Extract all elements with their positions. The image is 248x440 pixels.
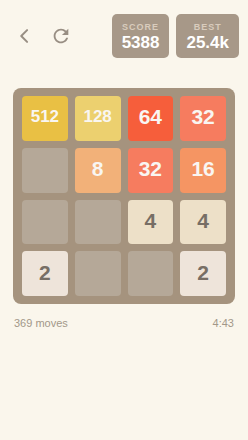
tile-32: 32 xyxy=(180,96,226,141)
score-value: 5388 xyxy=(122,33,160,52)
moves-counter: 369 moves xyxy=(14,317,68,329)
empty-cell xyxy=(75,200,121,245)
tile-2: 2 xyxy=(180,251,226,296)
tile-16: 16 xyxy=(180,148,226,193)
tile-value: 2 xyxy=(197,261,209,285)
tile-value: 2 xyxy=(39,261,51,285)
tile-value: 128 xyxy=(83,107,111,127)
empty-cell xyxy=(128,251,174,296)
tile-value: 4 xyxy=(197,209,209,233)
best-label: BEST xyxy=(194,21,222,33)
tile-2: 2 xyxy=(22,251,68,296)
empty-cell xyxy=(22,148,68,193)
tile-value: 512 xyxy=(31,107,59,127)
tile-512: 512 xyxy=(22,96,68,141)
tile-128: 128 xyxy=(75,96,121,141)
header-bar: SCORE 5388 BEST 25.4k xyxy=(0,14,239,58)
restart-button[interactable] xyxy=(48,23,74,49)
footer-bar: 369 moves 4:43 xyxy=(14,317,234,329)
back-chevron-icon xyxy=(15,25,35,47)
empty-cell xyxy=(75,251,121,296)
tile-value: 64 xyxy=(139,105,162,129)
score-label: SCORE xyxy=(122,21,159,33)
back-button[interactable] xyxy=(12,23,38,49)
tile-value: 32 xyxy=(191,105,214,129)
tile-value: 32 xyxy=(139,157,162,181)
game-board[interactable]: 5121286432832164422 xyxy=(13,88,235,304)
tile-4: 4 xyxy=(180,200,226,245)
best-value: 25.4k xyxy=(186,33,229,52)
tile-value: 8 xyxy=(92,157,104,181)
tile-value: 16 xyxy=(191,157,214,181)
elapsed-time: 4:43 xyxy=(213,317,234,329)
tile-4: 4 xyxy=(128,200,174,245)
restart-icon xyxy=(50,25,72,47)
empty-cell xyxy=(22,200,68,245)
best-badge: BEST 25.4k xyxy=(176,14,239,58)
tile-value: 4 xyxy=(145,209,157,233)
score-badges: SCORE 5388 BEST 25.4k xyxy=(112,14,239,58)
tile-8: 8 xyxy=(75,148,121,193)
tile-64: 64 xyxy=(128,96,174,141)
score-badge: SCORE 5388 xyxy=(112,14,170,58)
nav-icons xyxy=(12,23,74,49)
tile-32: 32 xyxy=(128,148,174,193)
